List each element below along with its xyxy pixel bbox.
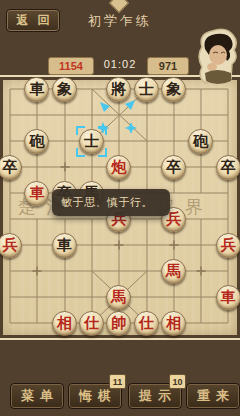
piece-black-r0c4[interactable]: 將 bbox=[106, 77, 131, 102]
piece-black-r0c1[interactable]: 車 bbox=[24, 77, 49, 102]
piece-glyph: 砲 bbox=[25, 130, 48, 153]
piece-glyph: 卒 bbox=[217, 156, 240, 179]
piece-red-r9c3[interactable]: 仕 bbox=[79, 311, 104, 336]
piece-black-r0c6[interactable]: 象 bbox=[161, 77, 186, 102]
menu-button[interactable]: 菜单 bbox=[10, 383, 64, 409]
piece-black-r2c7[interactable]: 砲 bbox=[188, 129, 213, 154]
piece-red-r9c6[interactable]: 相 bbox=[161, 311, 186, 336]
piece-black-r6c2[interactable]: 車 bbox=[52, 233, 77, 258]
piece-red-r7c6[interactable]: 馬 bbox=[161, 259, 186, 284]
piece-glyph: 車 bbox=[217, 286, 240, 309]
restart-button[interactable]: 重来 bbox=[186, 383, 240, 409]
piece-glyph: 炮 bbox=[107, 156, 130, 179]
piece-glyph: 卒 bbox=[162, 156, 185, 179]
piece-black-r3c8[interactable]: 卒 bbox=[216, 155, 240, 180]
xiangqi-app: { "game": "xiangqi", "position": "1rb1ka… bbox=[0, 0, 240, 416]
piece-glyph: 馬 bbox=[162, 260, 185, 283]
piece-glyph: 將 bbox=[107, 78, 130, 101]
piece-red-r9c2[interactable]: 相 bbox=[52, 311, 77, 336]
black-rating-badge: 1154 bbox=[48, 57, 94, 75]
avatar-face bbox=[209, 45, 227, 65]
undo-count-badge: 11 bbox=[109, 374, 126, 389]
piece-glyph: 車 bbox=[53, 234, 76, 257]
avatar-hand bbox=[207, 63, 217, 71]
piece-red-r6c0[interactable]: 兵 bbox=[0, 233, 22, 258]
piece-glyph: 相 bbox=[53, 312, 76, 335]
avatar-garment bbox=[205, 70, 231, 84]
back-button[interactable]: 返回 bbox=[6, 9, 60, 32]
piece-glyph: 馬 bbox=[107, 286, 130, 309]
piece-black-r0c2[interactable]: 象 bbox=[52, 77, 77, 102]
piece-glyph: 相 bbox=[162, 312, 185, 335]
piece-black-r2c3[interactable]: 士 bbox=[79, 129, 104, 154]
piece-glyph: 車 bbox=[25, 182, 48, 205]
piece-glyph: 帥 bbox=[107, 312, 130, 335]
piece-glyph: 砲 bbox=[189, 130, 212, 153]
game-timer: 01:02 bbox=[96, 58, 144, 70]
hint-count-badge: 10 bbox=[169, 374, 186, 389]
piece-glyph: 仕 bbox=[135, 312, 158, 335]
piece-glyph: 士 bbox=[135, 78, 158, 101]
piece-black-r0c5[interactable]: 士 bbox=[134, 77, 159, 102]
opponent-avatar bbox=[193, 27, 240, 89]
piece-black-r3c6[interactable]: 卒 bbox=[161, 155, 186, 180]
piece-glyph: 兵 bbox=[0, 234, 21, 257]
piece-glyph: 卒 bbox=[0, 156, 21, 179]
piece-glyph: 士 bbox=[80, 130, 103, 153]
piece-glyph: 仕 bbox=[80, 312, 103, 335]
piece-glyph: 兵 bbox=[217, 234, 240, 257]
tip-bubble: 敏于思、慎于行。 bbox=[52, 189, 170, 216]
piece-red-r8c4[interactable]: 馬 bbox=[106, 285, 131, 310]
piece-red-r9c5[interactable]: 仕 bbox=[134, 311, 159, 336]
piece-red-r8c8[interactable]: 車 bbox=[216, 285, 240, 310]
piece-red-r4c1[interactable]: 車 bbox=[24, 181, 49, 206]
top-diamond-decoration bbox=[109, 0, 129, 13]
piece-red-r3c4[interactable]: 炮 bbox=[106, 155, 131, 180]
piece-glyph: 車 bbox=[25, 78, 48, 101]
piece-black-r2c1[interactable]: 砲 bbox=[24, 129, 49, 154]
piece-red-r6c8[interactable]: 兵 bbox=[216, 233, 240, 258]
piece-glyph: 象 bbox=[53, 78, 76, 101]
piece-black-r3c0[interactable]: 卒 bbox=[0, 155, 22, 180]
red-rating-badge: 971 bbox=[147, 57, 189, 75]
piece-glyph: 象 bbox=[162, 78, 185, 101]
piece-red-r9c4[interactable]: 帥 bbox=[106, 311, 131, 336]
